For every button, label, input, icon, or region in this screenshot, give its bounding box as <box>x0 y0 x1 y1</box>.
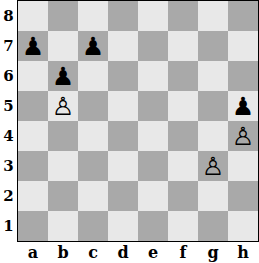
square-b4[interactable] <box>48 121 78 151</box>
square-c8[interactable] <box>78 1 108 31</box>
square-f1[interactable] <box>168 211 198 241</box>
rank-label-8: 8 <box>0 1 17 31</box>
black-pawn-h5[interactable]: ♟ <box>232 90 254 122</box>
square-d1[interactable] <box>108 211 138 241</box>
square-f4[interactable] <box>168 121 198 151</box>
square-a6[interactable] <box>18 61 48 91</box>
square-b8[interactable] <box>48 1 78 31</box>
file-label-h: h <box>228 242 258 263</box>
square-b6[interactable]: ♟ <box>48 61 78 91</box>
square-d8[interactable] <box>108 1 138 31</box>
square-h5[interactable]: ♟ <box>228 91 258 121</box>
square-g7[interactable] <box>198 31 228 61</box>
rank-label-1: 1 <box>0 211 17 241</box>
square-d5[interactable] <box>108 91 138 121</box>
file-label-g: g <box>198 242 228 263</box>
square-a5[interactable] <box>18 91 48 121</box>
square-c6[interactable] <box>78 61 108 91</box>
square-e1[interactable] <box>138 211 168 241</box>
square-c2[interactable] <box>78 181 108 211</box>
square-g5[interactable] <box>198 91 228 121</box>
square-e7[interactable] <box>138 31 168 61</box>
corner-spacer <box>0 242 17 263</box>
square-e4[interactable] <box>138 121 168 151</box>
rank-label-6: 6 <box>0 61 17 91</box>
square-a4[interactable] <box>18 121 48 151</box>
square-a8[interactable] <box>18 1 48 31</box>
square-a2[interactable] <box>18 181 48 211</box>
chess-board[interactable]: ♟♟♟♙♟♙♙ <box>17 0 259 242</box>
square-a1[interactable] <box>18 211 48 241</box>
square-d6[interactable] <box>108 61 138 91</box>
white-pawn-b5[interactable]: ♙ <box>52 90 74 122</box>
square-f3[interactable] <box>168 151 198 181</box>
chess-diagram: 87654321 ♟♟♟♙♟♙♙ abcdefgh <box>0 0 259 263</box>
file-labels: abcdefgh <box>17 242 259 263</box>
square-e6[interactable] <box>138 61 168 91</box>
square-b5[interactable]: ♙ <box>48 91 78 121</box>
square-g6[interactable] <box>198 61 228 91</box>
rank-label-5: 5 <box>0 91 17 121</box>
black-pawn-b6[interactable]: ♟ <box>52 60 74 92</box>
square-c1[interactable] <box>78 211 108 241</box>
file-label-b: b <box>48 242 78 263</box>
square-c4[interactable] <box>78 121 108 151</box>
square-e5[interactable] <box>138 91 168 121</box>
square-b3[interactable] <box>48 151 78 181</box>
square-e8[interactable] <box>138 1 168 31</box>
file-label-c: c <box>78 242 108 263</box>
square-b2[interactable] <box>48 181 78 211</box>
rank-label-4: 4 <box>0 121 17 151</box>
square-e2[interactable] <box>138 181 168 211</box>
rank-label-7: 7 <box>0 31 17 61</box>
rank-labels: 87654321 <box>0 0 17 242</box>
square-a3[interactable] <box>18 151 48 181</box>
square-d2[interactable] <box>108 181 138 211</box>
square-h4[interactable]: ♙ <box>228 121 258 151</box>
square-b1[interactable] <box>48 211 78 241</box>
square-c5[interactable] <box>78 91 108 121</box>
black-pawn-a7[interactable]: ♟ <box>22 30 44 62</box>
square-g2[interactable] <box>198 181 228 211</box>
black-pawn-c7[interactable]: ♟ <box>82 30 104 62</box>
square-g1[interactable] <box>198 211 228 241</box>
square-h1[interactable] <box>228 211 258 241</box>
square-g3[interactable]: ♙ <box>198 151 228 181</box>
square-c3[interactable] <box>78 151 108 181</box>
file-label-a: a <box>18 242 48 263</box>
square-c7[interactable]: ♟ <box>78 31 108 61</box>
square-g4[interactable] <box>198 121 228 151</box>
white-pawn-h4[interactable]: ♙ <box>232 120 254 152</box>
square-h3[interactable] <box>228 151 258 181</box>
square-d3[interactable] <box>108 151 138 181</box>
square-d7[interactable] <box>108 31 138 61</box>
white-pawn-g3[interactable]: ♙ <box>202 150 224 182</box>
rank-label-3: 3 <box>0 151 17 181</box>
file-label-f: f <box>168 242 198 263</box>
square-f2[interactable] <box>168 181 198 211</box>
square-f6[interactable] <box>168 61 198 91</box>
square-h2[interactable] <box>228 181 258 211</box>
file-label-d: d <box>108 242 138 263</box>
square-b7[interactable] <box>48 31 78 61</box>
square-f8[interactable] <box>168 1 198 31</box>
square-e3[interactable] <box>138 151 168 181</box>
square-a7[interactable]: ♟ <box>18 31 48 61</box>
square-h6[interactable] <box>228 61 258 91</box>
square-f7[interactable] <box>168 31 198 61</box>
square-h7[interactable] <box>228 31 258 61</box>
rank-label-2: 2 <box>0 181 17 211</box>
file-label-e: e <box>138 242 168 263</box>
square-h8[interactable] <box>228 1 258 31</box>
square-g8[interactable] <box>198 1 228 31</box>
square-d4[interactable] <box>108 121 138 151</box>
square-f5[interactable] <box>168 91 198 121</box>
